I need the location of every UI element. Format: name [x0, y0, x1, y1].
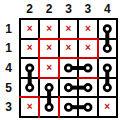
left-clue-row4: 5 — [0, 79, 17, 97]
domino-end-ring — [104, 26, 110, 32]
domino-end-ring — [85, 84, 91, 90]
domino-end-ring — [85, 104, 91, 110]
left-clue-row3: 4 — [0, 59, 17, 77]
top-clue-col4: 3 — [79, 0, 96, 18]
domino-end-ring — [46, 104, 52, 110]
top-clue-col5: 4 — [99, 0, 116, 18]
x-mark: × — [85, 24, 91, 34]
x-mark: × — [27, 24, 33, 34]
cell-r5c1[interactable]: × — [21, 98, 38, 116]
x-mark: × — [46, 63, 52, 73]
x-mark: × — [104, 102, 110, 112]
left-clue-row2: 1 — [0, 39, 17, 57]
cell-r1c1[interactable]: × — [21, 20, 38, 38]
domino-end-ring — [65, 84, 71, 90]
domino-end-ring — [27, 84, 33, 90]
domino-end-ring — [65, 104, 71, 110]
left-clue-row5: 3 — [0, 98, 17, 116]
cell-r2c4[interactable]: × — [79, 40, 96, 58]
domino-end-ring — [85, 65, 91, 71]
x-mark: × — [27, 43, 33, 53]
domino-end-ring — [104, 84, 110, 90]
cell-r2c3[interactable]: × — [60, 40, 77, 58]
x-mark: × — [27, 102, 33, 112]
top-clue-col1: 2 — [21, 0, 38, 18]
cell-r1c3[interactable]: × — [60, 20, 77, 38]
x-mark: × — [66, 43, 72, 53]
cell-r5c5[interactable]: × — [99, 98, 116, 116]
cell-r1c2[interactable]: × — [40, 20, 57, 38]
x-mark: × — [46, 24, 52, 34]
domino-end-ring — [65, 65, 71, 71]
cell-r2c2[interactable]: × — [40, 40, 57, 58]
cell-r2c1[interactable]: × — [21, 40, 38, 58]
left-clue-row1: 1 — [0, 20, 17, 38]
top-clue-col2: 2 — [40, 0, 57, 18]
cell-r3c2[interactable]: × — [40, 59, 57, 77]
domino-end-ring — [104, 65, 110, 71]
cell-r1c4[interactable]: × — [79, 20, 96, 38]
puzzle-screen: 22334 11453 ××××××××××× — [0, 0, 120, 120]
domino-end-ring — [27, 65, 33, 71]
domino-end-ring — [46, 84, 52, 90]
top-clue-col3: 3 — [60, 0, 77, 18]
x-mark: × — [46, 43, 52, 53]
x-mark: × — [85, 43, 91, 53]
domino-end-ring — [104, 45, 110, 51]
x-mark: × — [66, 24, 72, 34]
